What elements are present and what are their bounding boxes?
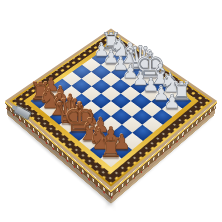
square-c2 xyxy=(60,101,80,117)
chess-set-photo: ♜♞♝♛♚♝♞♜♟♟♟♟♟♟♟♟♟♟♟♟♟♟♟♟♜♞♝♛♚♝♞♜ xyxy=(0,0,222,222)
board-top-surface xyxy=(5,28,217,190)
square-f3 xyxy=(101,117,122,133)
square-g3 xyxy=(111,125,132,142)
square-h5 xyxy=(142,117,163,133)
square-e3 xyxy=(90,109,111,125)
square-g6 xyxy=(142,101,162,117)
square-h7 xyxy=(162,101,182,117)
square-h4 xyxy=(132,125,153,142)
square-g2 xyxy=(100,133,121,150)
square-g1 xyxy=(90,141,111,158)
square-h6 xyxy=(152,109,173,125)
square-h1 xyxy=(100,150,122,168)
square-f4 xyxy=(111,109,132,125)
square-e4 xyxy=(101,101,121,117)
square-f5 xyxy=(121,101,141,117)
square-c1 xyxy=(49,109,70,125)
square-e1 xyxy=(69,125,90,142)
square-d2 xyxy=(70,109,91,125)
square-d1 xyxy=(59,117,80,133)
square-h2 xyxy=(111,141,132,158)
square-g4 xyxy=(121,117,142,133)
square-d3 xyxy=(80,101,100,117)
square-f2 xyxy=(90,125,111,142)
square-g5 xyxy=(132,109,153,125)
square-b1 xyxy=(40,101,60,117)
square-f1 xyxy=(79,133,100,150)
chess-board-box xyxy=(5,28,217,190)
square-h3 xyxy=(122,133,143,150)
square-e2 xyxy=(80,117,101,133)
